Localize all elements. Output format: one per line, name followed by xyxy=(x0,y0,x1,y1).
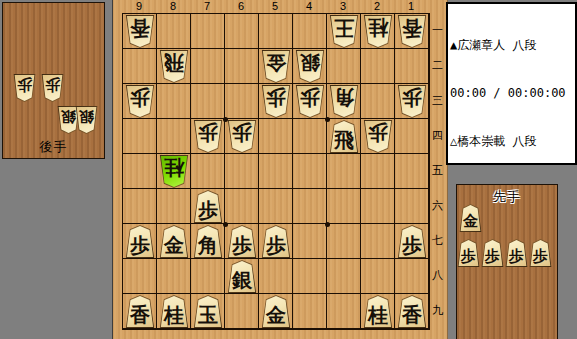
piece-kanji: 銀 xyxy=(300,51,320,73)
shogi-board-grid[interactable]: 香王桂香飛金銀歩歩歩角歩歩歩飛歩桂歩歩金角歩歩歩銀香桂玉金桂香 xyxy=(122,13,430,330)
piece-face: 桂 xyxy=(364,296,392,327)
piece-17[interactable]: 歩 xyxy=(397,225,427,258)
piece-kanji: 歩 xyxy=(402,86,422,108)
piece-kanji: 銀 xyxy=(79,107,94,124)
piece-kanji: 歩 xyxy=(130,86,150,108)
sente-hand-piece-3[interactable]: 歩 xyxy=(481,239,504,267)
piece-kanji: 桂 xyxy=(164,305,184,327)
piece-kanji: 金 xyxy=(266,305,286,327)
piece-kanji: 香 xyxy=(402,305,422,327)
piece-kanji: 歩 xyxy=(509,249,524,266)
piece-87[interactable]: 金 xyxy=(159,225,189,258)
piece-91[interactable]: 香 xyxy=(125,15,155,48)
piece-kanji: 銀 xyxy=(61,107,76,124)
piece-kanji: 歩 xyxy=(232,121,252,143)
piece-face: 歩 xyxy=(458,240,479,266)
piece-kanji: 香 xyxy=(402,16,422,38)
file-label-7: 7 xyxy=(190,0,224,13)
piece-kanji: 香 xyxy=(130,16,150,38)
file-label-3: 3 xyxy=(326,0,360,13)
rank-label-4: 四 xyxy=(432,118,447,153)
piece-face: 歩 xyxy=(126,86,154,117)
piece-kanji: 歩 xyxy=(266,235,286,257)
piece-93[interactable]: 歩 xyxy=(125,85,155,118)
piece-face: 玉 xyxy=(194,296,222,327)
piece-76[interactable]: 歩 xyxy=(193,190,223,223)
piece-68[interactable]: 銀 xyxy=(227,260,257,293)
rank-label-1: 一 xyxy=(432,13,447,48)
piece-kanji: 歩 xyxy=(485,249,500,266)
gote-tray-label: 後手 xyxy=(3,138,104,156)
piece-face: 王 xyxy=(330,16,358,47)
piece-64[interactable]: 歩 xyxy=(227,120,257,153)
piece-kanji: 歩 xyxy=(266,86,286,108)
piece-34[interactable]: 飛 xyxy=(329,120,359,153)
sente-player-name: ▲広瀬章人 八段 xyxy=(450,37,573,53)
piece-19[interactable]: 香 xyxy=(397,295,427,328)
piece-21[interactable]: 桂 xyxy=(363,15,393,48)
piece-24[interactable]: 歩 xyxy=(363,120,393,153)
rank-label-9: 九 xyxy=(432,293,447,328)
piece-kanji: 角 xyxy=(198,235,218,257)
piece-82[interactable]: 飛 xyxy=(159,50,189,83)
piece-kanji: 金 xyxy=(463,214,478,231)
piece-face: 銀 xyxy=(76,107,97,133)
piece-face: 歩 xyxy=(194,191,222,222)
gote-captured-tray[interactable]: 歩歩銀銀 後手 xyxy=(2,2,105,159)
sente-hand-piece-5[interactable]: 歩 xyxy=(529,239,552,267)
gote-hand-piece-4[interactable]: 銀 xyxy=(75,106,98,134)
file-label-4: 4 xyxy=(292,0,326,13)
piece-face: 桂 xyxy=(160,156,188,187)
piece-face: 歩 xyxy=(296,86,324,117)
rank-label-8: 八 xyxy=(432,258,447,293)
piece-kanji: 歩 xyxy=(402,235,422,257)
piece-face: 歩 xyxy=(14,75,35,101)
sente-clock: 00:00 / 00:00:00 xyxy=(450,85,573,101)
sente-tray-label: 先手 xyxy=(457,188,557,206)
piece-85[interactable]: 桂 xyxy=(159,155,189,188)
piece-kanji: 歩 xyxy=(461,249,476,266)
piece-13[interactable]: 歩 xyxy=(397,85,427,118)
piece-59[interactable]: 金 xyxy=(261,295,291,328)
piece-31[interactable]: 王 xyxy=(329,15,359,48)
sente-hand-piece-1[interactable]: 金 xyxy=(459,204,482,232)
rank-label-2: 二 xyxy=(432,48,447,83)
piece-kanji: 桂 xyxy=(368,305,388,327)
rank-label-5: 五 xyxy=(432,153,447,188)
gote-hand-piece-1[interactable]: 歩 xyxy=(13,74,36,102)
star-point xyxy=(325,222,330,227)
piece-kanji: 歩 xyxy=(45,75,60,92)
piece-face: 銀 xyxy=(58,107,79,133)
piece-face: 歩 xyxy=(194,121,222,152)
piece-face: 歩 xyxy=(482,240,503,266)
piece-face: 歩 xyxy=(530,240,551,266)
piece-97[interactable]: 歩 xyxy=(125,225,155,258)
piece-face: 金 xyxy=(460,205,481,231)
rank-label-7: 七 xyxy=(432,223,447,258)
piece-kanji: 玉 xyxy=(198,305,218,327)
piece-face: 桂 xyxy=(160,296,188,327)
file-label-9: 9 xyxy=(122,0,156,13)
file-label-5: 5 xyxy=(258,0,292,13)
piece-face: 飛 xyxy=(330,121,358,152)
piece-43[interactable]: 歩 xyxy=(295,85,325,118)
piece-kanji: 桂 xyxy=(164,156,184,178)
piece-kanji: 歩 xyxy=(198,200,218,222)
piece-face: 香 xyxy=(398,16,426,47)
piece-kanji: 歩 xyxy=(17,75,32,92)
piece-67[interactable]: 歩 xyxy=(227,225,257,258)
gote-hand-piece-2[interactable]: 歩 xyxy=(41,74,64,102)
file-label-6: 6 xyxy=(224,0,258,13)
gote-player-name: △橋本崇載 八段 xyxy=(450,133,573,149)
piece-face: 歩 xyxy=(506,240,527,266)
piece-face: 金 xyxy=(160,226,188,257)
piece-kanji: 銀 xyxy=(232,270,252,292)
piece-face: 桂 xyxy=(364,16,392,47)
piece-kanji: 飛 xyxy=(334,130,354,152)
file-label-1: 1 xyxy=(394,0,428,13)
piece-face: 香 xyxy=(398,296,426,327)
piece-face: 歩 xyxy=(228,226,256,257)
piece-face: 歩 xyxy=(398,226,426,257)
rank-label-6: 六 xyxy=(432,188,447,223)
piece-face: 銀 xyxy=(296,51,324,82)
piece-89[interactable]: 桂 xyxy=(159,295,189,328)
piece-74[interactable]: 歩 xyxy=(193,120,223,153)
piece-kanji: 歩 xyxy=(130,235,150,257)
piece-face: 歩 xyxy=(364,121,392,152)
piece-11[interactable]: 香 xyxy=(397,15,427,48)
piece-face: 飛 xyxy=(160,51,188,82)
piece-face: 角 xyxy=(194,226,222,257)
piece-kanji: 歩 xyxy=(198,121,218,143)
piece-kanji: 金 xyxy=(164,235,184,257)
piece-29[interactable]: 桂 xyxy=(363,295,393,328)
piece-kanji: 歩 xyxy=(232,235,252,257)
file-label-8: 8 xyxy=(156,0,190,13)
piece-face: 香 xyxy=(126,16,154,47)
piece-52[interactable]: 金 xyxy=(261,50,291,83)
piece-face: 歩 xyxy=(228,121,256,152)
piece-face: 金 xyxy=(262,51,290,82)
sente-hand-piece-4[interactable]: 歩 xyxy=(505,239,528,267)
piece-kanji: 歩 xyxy=(533,249,548,266)
piece-33[interactable]: 角 xyxy=(329,85,359,118)
piece-kanji: 金 xyxy=(266,51,286,73)
piece-face: 歩 xyxy=(126,226,154,257)
piece-99[interactable]: 香 xyxy=(125,295,155,328)
piece-face: 歩 xyxy=(398,86,426,117)
piece-face: 香 xyxy=(126,296,154,327)
piece-face: 角 xyxy=(330,86,358,117)
piece-face: 歩 xyxy=(262,86,290,117)
piece-kanji: 歩 xyxy=(368,121,388,143)
piece-79[interactable]: 玉 xyxy=(193,295,223,328)
piece-kanji: 桂 xyxy=(368,16,388,38)
piece-53[interactable]: 歩 xyxy=(261,85,291,118)
star-point xyxy=(325,117,330,122)
piece-kanji: 香 xyxy=(130,305,150,327)
sente-hand-piece-2[interactable]: 歩 xyxy=(457,239,480,267)
star-point xyxy=(223,117,228,122)
file-labels: 987654321 xyxy=(122,0,428,13)
piece-77[interactable]: 角 xyxy=(193,225,223,258)
piece-kanji: 飛 xyxy=(164,51,184,73)
piece-kanji: 歩 xyxy=(300,86,320,108)
piece-face: 銀 xyxy=(228,261,256,292)
game-info-panel: ▲広瀬章人 八段 00:00 / 00:00:00 △橋本崇載 八段 00:00… xyxy=(446,2,577,165)
sente-captured-tray[interactable]: 先手 金歩歩歩歩 xyxy=(456,184,558,339)
rank-labels: 一二三四五六七八九 xyxy=(432,13,447,328)
piece-57[interactable]: 歩 xyxy=(261,225,291,258)
piece-face: 歩 xyxy=(42,75,63,101)
piece-42[interactable]: 銀 xyxy=(295,50,325,83)
star-point xyxy=(223,222,228,227)
piece-face: 金 xyxy=(262,296,290,327)
shogi-app-window: 987654321 一二三四五六七八九 香王桂香飛金銀歩歩歩角歩歩歩飛歩桂歩歩金… xyxy=(0,0,577,339)
piece-kanji: 角 xyxy=(334,86,354,108)
piece-kanji: 王 xyxy=(334,16,354,38)
rank-label-3: 三 xyxy=(432,83,447,118)
piece-face: 歩 xyxy=(262,226,290,257)
file-label-2: 2 xyxy=(360,0,394,13)
